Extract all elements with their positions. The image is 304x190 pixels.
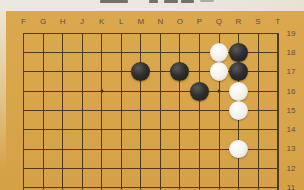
black-stone-R17 [229, 62, 248, 81]
cropped-text-artifact [200, 0, 214, 2]
black-stone-O17 [170, 62, 189, 81]
white-stone-R16 [229, 82, 248, 101]
white-stone-R15 [229, 101, 248, 120]
black-stone-R18 [229, 43, 248, 62]
black-stone-M17 [131, 62, 150, 81]
white-stone-Q17 [210, 62, 229, 81]
black-stone-P16 [190, 82, 209, 101]
go-board[interactable]: FGHJKLMNOPQRST 191817161514131211 [0, 11, 304, 190]
cropped-text-artifact [100, 0, 128, 3]
cropped-top-ui-strip [0, 0, 304, 11]
cropped-text-artifact [149, 0, 158, 3]
board-left-edge-highlight [0, 11, 6, 171]
white-stone-Q18 [210, 43, 229, 62]
go-app-screenshot: FGHJKLMNOPQRST 191817161514131211 [0, 0, 304, 190]
cropped-text-artifact [181, 0, 194, 3]
white-stone-R13 [229, 140, 248, 159]
stone-layer [14, 24, 288, 190]
cropped-text-artifact [164, 0, 178, 3]
